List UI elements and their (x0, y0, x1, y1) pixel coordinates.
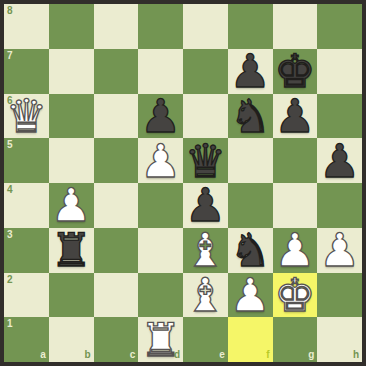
square-e1[interactable]: e (183, 317, 228, 362)
square-h5[interactable]: ♟ (317, 138, 362, 183)
square-a6[interactable]: 6♛ (4, 94, 49, 139)
square-a1[interactable]: 1a (4, 317, 49, 362)
square-c4[interactable] (94, 183, 139, 228)
square-b8[interactable] (49, 4, 94, 49)
square-b2[interactable] (49, 273, 94, 318)
white-king[interactable]: ♚ (273, 273, 318, 318)
rank-label-4: 4 (7, 185, 13, 195)
square-e6[interactable] (183, 94, 228, 139)
square-f6[interactable]: ♞ (228, 94, 273, 139)
square-g2[interactable]: ♚ (273, 273, 318, 318)
square-b5[interactable] (49, 138, 94, 183)
square-e5[interactable]: ♛ (183, 138, 228, 183)
white-pawn[interactable]: ♟ (273, 228, 318, 273)
square-d5[interactable]: ♟ (138, 138, 183, 183)
black-pawn[interactable]: ♟ (228, 49, 273, 94)
square-g1[interactable]: g (273, 317, 318, 362)
rank-label-3: 3 (7, 230, 13, 240)
square-g6[interactable]: ♟ (273, 94, 318, 139)
square-f1[interactable]: f (228, 317, 273, 362)
board-frame: 87♟♚6♛♟♞♟5♟♛♟4♟♟3♜♝♞♟♟2♝♟♚1abcd♜efgh (0, 0, 366, 366)
black-knight[interactable]: ♞ (228, 94, 273, 139)
square-b3[interactable]: ♜ (49, 228, 94, 273)
square-f2[interactable]: ♟ (228, 273, 273, 318)
square-d8[interactable] (138, 4, 183, 49)
white-pawn[interactable]: ♟ (138, 138, 183, 183)
square-e8[interactable] (183, 4, 228, 49)
square-d2[interactable] (138, 273, 183, 318)
square-g8[interactable] (273, 4, 318, 49)
black-queen[interactable]: ♛ (183, 138, 228, 183)
square-a5[interactable]: 5 (4, 138, 49, 183)
square-h7[interactable] (317, 49, 362, 94)
chess-board: 87♟♚6♛♟♞♟5♟♛♟4♟♟3♜♝♞♟♟2♝♟♚1abcd♜efgh (4, 4, 362, 362)
file-label-f: f (266, 350, 269, 360)
file-label-a: a (40, 350, 46, 360)
square-e4[interactable]: ♟ (183, 183, 228, 228)
square-h6[interactable] (317, 94, 362, 139)
square-a4[interactable]: 4 (4, 183, 49, 228)
square-g3[interactable]: ♟ (273, 228, 318, 273)
file-label-g: g (308, 350, 314, 360)
black-knight[interactable]: ♞ (228, 228, 273, 273)
square-e3[interactable]: ♝ (183, 228, 228, 273)
file-label-h: h (353, 350, 359, 360)
square-d6[interactable]: ♟ (138, 94, 183, 139)
square-a8[interactable]: 8 (4, 4, 49, 49)
square-f4[interactable] (228, 183, 273, 228)
white-pawn[interactable]: ♟ (228, 273, 273, 318)
square-f7[interactable]: ♟ (228, 49, 273, 94)
square-f3[interactable]: ♞ (228, 228, 273, 273)
black-pawn[interactable]: ♟ (317, 138, 362, 183)
rank-label-1: 1 (7, 319, 13, 329)
file-label-e: e (219, 350, 225, 360)
white-queen[interactable]: ♛ (4, 94, 49, 139)
square-h3[interactable]: ♟ (317, 228, 362, 273)
square-h2[interactable] (317, 273, 362, 318)
square-c2[interactable] (94, 273, 139, 318)
file-label-c: c (130, 350, 136, 360)
square-c8[interactable] (94, 4, 139, 49)
white-rook[interactable]: ♜ (138, 317, 183, 362)
square-b7[interactable] (49, 49, 94, 94)
square-d3[interactable] (138, 228, 183, 273)
black-king[interactable]: ♚ (273, 49, 318, 94)
square-a3[interactable]: 3 (4, 228, 49, 273)
rank-label-8: 8 (7, 6, 13, 16)
square-g7[interactable]: ♚ (273, 49, 318, 94)
file-label-b: b (84, 350, 90, 360)
square-c3[interactable] (94, 228, 139, 273)
black-pawn[interactable]: ♟ (183, 183, 228, 228)
square-c1[interactable]: c (94, 317, 139, 362)
white-bishop[interactable]: ♝ (183, 228, 228, 273)
square-b4[interactable]: ♟ (49, 183, 94, 228)
square-f8[interactable] (228, 4, 273, 49)
square-g4[interactable] (273, 183, 318, 228)
white-pawn[interactable]: ♟ (317, 228, 362, 273)
white-pawn[interactable]: ♟ (49, 183, 94, 228)
square-e7[interactable] (183, 49, 228, 94)
square-h8[interactable] (317, 4, 362, 49)
black-rook[interactable]: ♜ (49, 228, 94, 273)
square-b1[interactable]: b (49, 317, 94, 362)
black-pawn[interactable]: ♟ (273, 94, 318, 139)
black-pawn[interactable]: ♟ (138, 94, 183, 139)
square-c5[interactable] (94, 138, 139, 183)
square-d4[interactable] (138, 183, 183, 228)
square-a2[interactable]: 2 (4, 273, 49, 318)
square-f5[interactable] (228, 138, 273, 183)
square-h4[interactable] (317, 183, 362, 228)
square-g5[interactable] (273, 138, 318, 183)
square-a7[interactable]: 7 (4, 49, 49, 94)
square-c6[interactable] (94, 94, 139, 139)
square-b6[interactable] (49, 94, 94, 139)
rank-label-2: 2 (7, 275, 13, 285)
white-bishop[interactable]: ♝ (183, 273, 228, 318)
square-d1[interactable]: d♜ (138, 317, 183, 362)
square-d7[interactable] (138, 49, 183, 94)
square-h1[interactable]: h (317, 317, 362, 362)
square-e2[interactable]: ♝ (183, 273, 228, 318)
square-c7[interactable] (94, 49, 139, 94)
rank-label-7: 7 (7, 51, 13, 61)
